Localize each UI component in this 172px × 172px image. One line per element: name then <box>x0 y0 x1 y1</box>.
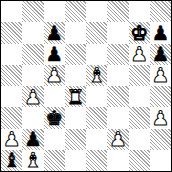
white-bishop-piece: ♝ <box>24 150 42 170</box>
square-b4[interactable]: ♟ <box>22 86 43 107</box>
square-b7[interactable] <box>22 22 43 43</box>
square-f7[interactable] <box>107 22 128 43</box>
square-g7[interactable]: ♚ <box>129 22 150 43</box>
square-h2[interactable] <box>150 129 171 150</box>
square-c6[interactable]: ♟ <box>44 44 65 65</box>
square-e7[interactable] <box>86 22 107 43</box>
square-g6[interactable]: ♟ <box>129 44 150 65</box>
white-pawn-piece: ♟ <box>3 129 21 149</box>
square-f5[interactable] <box>107 65 128 86</box>
square-d1[interactable] <box>65 150 86 171</box>
square-b2[interactable]: ♟ <box>22 129 43 150</box>
square-g1[interactable] <box>129 150 150 171</box>
square-b5[interactable] <box>22 65 43 86</box>
white-pawn-piece: ♟ <box>130 44 148 64</box>
square-h3[interactable]: ♟ <box>150 107 171 128</box>
square-a6[interactable] <box>1 44 22 65</box>
square-a7[interactable] <box>1 22 22 43</box>
square-c1[interactable] <box>44 150 65 171</box>
black-pawn-piece: ♟ <box>45 44 63 64</box>
white-king-piece: ♚ <box>130 22 148 42</box>
white-pawn-piece: ♟ <box>109 129 127 149</box>
square-g3[interactable] <box>129 107 150 128</box>
white-pawn-piece: ♟ <box>45 65 63 85</box>
black-pawn-piece: ♟ <box>151 44 169 64</box>
square-h7[interactable]: ♟ <box>150 22 171 43</box>
square-f6[interactable] <box>107 44 128 65</box>
white-pawn-piece: ♟ <box>24 86 42 106</box>
square-d4[interactable]: ♜ <box>65 86 86 107</box>
square-e1[interactable] <box>86 150 107 171</box>
square-e4[interactable] <box>86 86 107 107</box>
square-h6[interactable]: ♟ <box>150 44 171 65</box>
square-h1[interactable] <box>150 150 171 171</box>
square-d8[interactable] <box>65 1 86 22</box>
square-h8[interactable] <box>150 1 171 22</box>
square-f2[interactable]: ♟ <box>107 129 128 150</box>
square-c5[interactable]: ♟ <box>44 65 65 86</box>
square-a1[interactable]: ♝ <box>1 150 22 171</box>
square-c8[interactable] <box>44 1 65 22</box>
square-f3[interactable] <box>107 107 128 128</box>
square-b1[interactable]: ♝ <box>22 150 43 171</box>
square-a2[interactable]: ♟ <box>1 129 22 150</box>
square-e8[interactable] <box>86 1 107 22</box>
square-d5[interactable] <box>65 65 86 86</box>
black-pawn-piece: ♟ <box>151 22 169 42</box>
square-d3[interactable] <box>65 107 86 128</box>
square-f4[interactable] <box>107 86 128 107</box>
white-bishop-piece: ♝ <box>88 65 106 85</box>
square-g4[interactable] <box>129 86 150 107</box>
square-d7[interactable] <box>65 22 86 43</box>
square-g8[interactable] <box>129 1 150 22</box>
square-a4[interactable] <box>1 86 22 107</box>
square-b3[interactable] <box>22 107 43 128</box>
square-b6[interactable] <box>22 44 43 65</box>
black-pawn-piece: ♟ <box>24 129 42 149</box>
square-f1[interactable] <box>107 150 128 171</box>
chess-board: ♟♚♟♟♟♟♟♝♟♟♜♚♟♟♟♟♝♝ <box>0 0 172 172</box>
square-a8[interactable] <box>1 1 22 22</box>
square-c7[interactable]: ♟ <box>44 22 65 43</box>
square-e2[interactable] <box>86 129 107 150</box>
square-d2[interactable] <box>65 129 86 150</box>
square-e5[interactable]: ♝ <box>86 65 107 86</box>
black-pawn-piece: ♟ <box>45 22 63 42</box>
square-g2[interactable] <box>129 129 150 150</box>
square-a3[interactable] <box>1 107 22 128</box>
square-a5[interactable] <box>1 65 22 86</box>
square-e3[interactable] <box>86 107 107 128</box>
black-bishop-piece: ♝ <box>3 150 21 170</box>
square-f8[interactable] <box>107 1 128 22</box>
white-pawn-piece: ♟ <box>151 107 169 127</box>
black-king-piece: ♚ <box>45 107 63 127</box>
square-h5[interactable]: ♟ <box>150 65 171 86</box>
white-rook-piece: ♜ <box>66 86 84 106</box>
square-c2[interactable] <box>44 129 65 150</box>
square-c3[interactable]: ♚ <box>44 107 65 128</box>
white-pawn-piece: ♟ <box>151 65 169 85</box>
square-c4[interactable] <box>44 86 65 107</box>
square-g5[interactable] <box>129 65 150 86</box>
square-d6[interactable] <box>65 44 86 65</box>
square-b8[interactable] <box>22 1 43 22</box>
square-h4[interactable] <box>150 86 171 107</box>
square-e6[interactable] <box>86 44 107 65</box>
